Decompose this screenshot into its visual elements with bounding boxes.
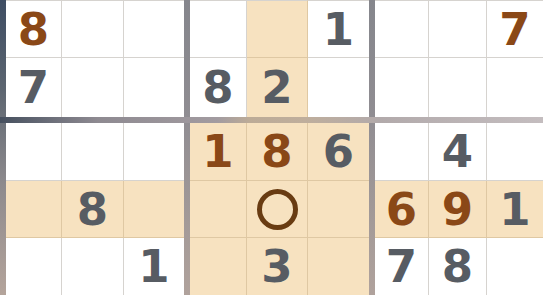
cell-r5c3[interactable]: 1	[124, 238, 184, 295]
cell-r2c1[interactable]: 7	[6, 58, 62, 117]
cell-r1c9[interactable]: 7	[487, 0, 543, 58]
cell-r4c7[interactable]: 6	[375, 181, 429, 238]
cell-r5c9[interactable]	[487, 238, 543, 295]
sudoku-board: 817782186486911378	[0, 0, 543, 295]
cell-r2c2[interactable]	[62, 58, 124, 117]
cell-r1c6[interactable]: 1	[308, 0, 369, 58]
cell-r3c6[interactable]: 6	[308, 123, 369, 181]
cell-r2c4[interactable]: 8	[190, 58, 247, 117]
cell-r5c6[interactable]	[308, 238, 369, 295]
given-digit: 8	[77, 187, 108, 232]
cell-r1c7[interactable]	[375, 0, 429, 58]
cell-r3c8[interactable]: 4	[429, 123, 487, 181]
entered-digit: 8	[261, 129, 292, 174]
given-digit: 4	[442, 129, 473, 174]
cell-r4c1[interactable]	[6, 181, 62, 238]
entered-digit: 6	[386, 187, 417, 232]
cell-r5c7[interactable]: 7	[375, 238, 429, 295]
cell-r3c1[interactable]	[6, 123, 62, 181]
cell-r4c9[interactable]: 1	[487, 181, 543, 238]
entered-digit: 8	[18, 7, 49, 52]
cell-r5c5[interactable]: 3	[247, 238, 308, 295]
cell-r1c4[interactable]	[190, 0, 247, 58]
cell-r3c4[interactable]: 1	[190, 123, 247, 181]
cell-r2c6[interactable]	[308, 58, 369, 117]
cell-r3c2[interactable]	[62, 123, 124, 181]
cell-r5c4[interactable]	[190, 238, 247, 295]
entered-digit: 7	[499, 7, 530, 52]
cell-r1c2[interactable]	[62, 0, 124, 58]
cell-r2c7[interactable]	[375, 58, 429, 117]
entered-digit: 1	[202, 129, 233, 174]
cell-r2c9[interactable]	[487, 58, 543, 117]
cell-r2c5[interactable]: 2	[247, 58, 308, 117]
cell-r5c8[interactable]: 8	[429, 238, 487, 295]
given-digit: 7	[386, 244, 417, 289]
cell-r2c3[interactable]	[124, 58, 184, 117]
cell-r4c8[interactable]: 9	[429, 181, 487, 238]
given-digit: 8	[442, 244, 473, 289]
given-digit: 1	[499, 187, 530, 232]
cell-r4c4[interactable]	[190, 181, 247, 238]
cell-r3c3[interactable]	[124, 123, 184, 181]
given-digit: 7	[18, 65, 49, 110]
cell-r4c2[interactable]: 8	[62, 181, 124, 238]
given-digit: 6	[323, 129, 354, 174]
given-digit: 1	[138, 244, 169, 289]
cell-r1c1[interactable]: 8	[6, 0, 62, 58]
cell-r3c9[interactable]	[487, 123, 543, 181]
cell-r1c3[interactable]	[124, 0, 184, 58]
cell-r3c7[interactable]	[375, 123, 429, 181]
cell-r4c3[interactable]	[124, 181, 184, 238]
cell-r2c8[interactable]	[429, 58, 487, 117]
cell-r5c1[interactable]	[6, 238, 62, 295]
cell-r4c6[interactable]	[308, 181, 369, 238]
given-digit: 1	[323, 7, 354, 52]
cell-r1c5[interactable]	[247, 0, 308, 58]
given-digit: 2	[261, 65, 292, 110]
entered-digit: 9	[442, 187, 473, 232]
selected-cell-circle-marker	[257, 189, 298, 230]
given-digit: 8	[202, 65, 233, 110]
cell-r5c2[interactable]	[62, 238, 124, 295]
cell-r1c8[interactable]	[429, 0, 487, 58]
given-digit: 3	[261, 244, 292, 289]
cell-r3c5[interactable]: 8	[247, 123, 308, 181]
cell-r4c5[interactable]	[247, 181, 308, 238]
